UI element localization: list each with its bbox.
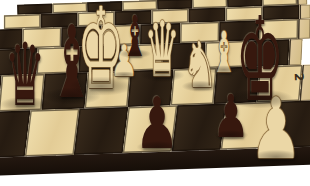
square-e4 [140,23,180,44]
square-f2 [171,68,217,106]
square-b2 [0,74,45,112]
square-h5 [263,5,300,20]
square-e1 [123,105,178,153]
chess-photo-scene: 2 ♛♝♚♟♝♛♞♝♚♟♟♟ [0,0,310,186]
square-b3 [0,48,38,76]
square-d4 [101,24,141,45]
board-right-rail [288,39,302,66]
square-g2 [213,66,259,104]
square-e2 [128,69,174,107]
square-g1 [221,102,276,150]
square-h3 [246,39,289,67]
square-a4 [0,29,22,50]
chess-board: 2 [0,0,310,175]
board-right-rail [298,19,310,39]
square-c4 [61,26,101,47]
square-g5 [226,6,263,21]
square-a5 [4,14,41,29]
square-g3 [204,41,247,69]
board-right-rail [300,5,310,19]
square-h1 [270,100,310,148]
square-c2 [42,72,88,110]
square-f1 [172,104,227,152]
square-c3 [36,47,79,75]
rank-coordinate-label: 2 [293,73,305,82]
square-h2 [256,65,302,103]
square-b4 [22,27,62,48]
square-f3 [162,42,205,70]
square-g4 [219,20,259,41]
square-e3 [120,44,163,72]
square-b5 [41,13,78,28]
square-d5 [115,10,152,25]
square-d2 [85,71,131,109]
square-f4 [180,22,220,43]
square-e5 [152,9,189,24]
square-f5 [189,7,226,22]
square-c5 [78,11,115,26]
square-d1 [74,107,129,155]
square-h4 [258,19,298,40]
square-c1 [25,109,80,157]
square-d3 [78,45,121,73]
